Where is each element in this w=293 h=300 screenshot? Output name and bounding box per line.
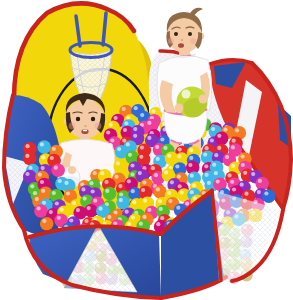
ball-highlight [91,189,95,193]
ball-highlight [138,171,142,175]
ball-highlight [89,181,93,185]
ball [215,132,229,146]
ball-highlight [212,163,216,167]
baby-blush-left [69,123,76,130]
ball-highlight [185,202,189,206]
ball-highlight [54,166,58,170]
ball-highlight [156,222,160,226]
ball-highlight [151,109,155,113]
ball-highlight [211,127,215,131]
ball-highlight [58,179,62,183]
ball-highlight [190,190,194,194]
ball-highlight [251,172,255,176]
baby-teeth [83,130,87,132]
ball-highlight [110,138,114,142]
ball-highlight [192,183,196,187]
ball [116,196,130,210]
ball-highlight [139,155,143,159]
ball-highlight [156,157,160,161]
ball-highlight [35,197,39,201]
ball-highlight [140,113,144,117]
ball-highlight [133,127,137,131]
ball-highlight [159,207,163,211]
ball-highlight [178,184,182,188]
ball-highlight [180,190,184,194]
ball-highlight [230,180,234,184]
ball-highlight [107,215,111,219]
ball-highlight [232,139,236,143]
ball-highlight [118,184,122,188]
ball-highlight [37,206,41,210]
ball-highlight [124,121,128,125]
ball-highlight [160,216,164,220]
ball-highlight [223,128,227,132]
ball-highlight [147,121,151,125]
ball-highlight [93,171,97,175]
ball-highlight [109,123,113,127]
ball-highlight [100,171,104,175]
ball-highlight [147,136,151,140]
ball-highlight [125,210,129,214]
toddler-left-hand [199,95,208,104]
ball-highlight [189,156,193,160]
ball-highlight [128,153,132,157]
ball-highlight [158,199,162,203]
ball-highlight [167,154,171,158]
ball-highlight [175,164,179,168]
ball-highlight [50,156,54,160]
ball-highlight [204,164,208,168]
ball-highlight [99,207,103,211]
ball-highlight [176,206,180,210]
toddler-mouth [178,43,184,48]
ball-highlight [28,166,32,170]
ball-highlight [72,201,76,205]
ball-highlight [203,153,207,157]
ball-highlight [25,154,29,158]
baby-hand [68,166,76,174]
ball-highlight [131,189,135,193]
ball-highlight [104,180,108,184]
ball-highlight [116,161,120,165]
ball-highlight [57,216,61,220]
ball-highlight [231,164,235,168]
ball-highlight [49,210,53,214]
ball-highlight [142,181,146,185]
ball-highlight [207,181,211,185]
ball-highlight [258,179,262,183]
ball [84,204,98,218]
toddler-nose [181,39,183,41]
ball-highlight [151,166,155,170]
ball-highlight [188,163,192,167]
ball-highlight [177,154,181,158]
ball-pit-product-photo [0,0,293,300]
ball-highlight [81,187,85,191]
ball-highlight [139,222,143,226]
ball-highlight [69,218,73,222]
ball-highlight [38,173,42,177]
ball-highlight [26,144,30,148]
ball-highlight [122,107,126,111]
ball [262,189,276,203]
ball-highlight [214,153,218,157]
ball-highlight [244,192,248,196]
ball-highlight [76,208,80,212]
ball-highlight [41,155,45,159]
ball-highlight [105,189,109,193]
ball-highlight [140,146,144,150]
ball-highlight [154,173,158,177]
ball-highlight [241,154,245,158]
ball [40,217,54,231]
ball-highlight [42,201,46,205]
ball-highlight [131,216,135,220]
ball-highlight [123,128,127,132]
ball-highlight [114,116,118,120]
toddler-right-hand [175,104,184,113]
ball-highlight [60,208,64,212]
ball-highlight [167,191,171,195]
ball-highlight [160,137,164,141]
ball-highlight [156,187,160,191]
ball-highlight [147,208,151,212]
ball [34,204,48,218]
ball-highlight [217,134,221,138]
ball-highlight [42,219,46,223]
ball-highlight [205,173,209,177]
ball-highlight [241,163,245,167]
ball-highlight [232,187,236,191]
ball-highlight [114,175,118,179]
ball-highlight [41,189,45,193]
ball-highlight [52,147,56,151]
ball-highlight [106,130,110,134]
ball [23,152,37,166]
ball-highlight [40,180,44,184]
ball-highlight [189,148,193,152]
ball-highlight [127,179,131,183]
ball-highlight [170,180,174,184]
ball-highlight [225,155,229,159]
ball [23,170,37,184]
ball-highlight [83,197,87,201]
green-ball-highlight [182,90,191,99]
ball-highlight [217,146,221,150]
ball-highlight [264,191,268,195]
ball-highlight [55,201,59,205]
ball-highlight [33,191,37,195]
ball-highlight [133,134,137,138]
ball-highlight [93,199,97,203]
toddler-eye-left [174,32,178,36]
baby-blush-right [95,123,102,130]
ball-highlight [228,173,232,177]
ball-highlight [142,215,146,219]
ball-highlight [163,146,167,150]
ball-highlight [168,199,172,203]
ball-highlight [214,171,218,175]
toddler-blush-left [168,38,174,44]
scene-canvas [0,0,293,300]
ball-highlight [64,181,68,185]
ball-highlight [130,172,134,176]
ball-highlight [66,191,70,195]
baby-eye-left [76,117,80,121]
ball-highlight [25,172,29,176]
toddler-blush-right [190,38,196,44]
ball-highlight [231,145,235,149]
ball-highlight [41,166,45,170]
ball-highlight [177,174,181,178]
ball-highlight [52,191,56,195]
ball-highlight [190,174,194,178]
ball-highlight [141,188,145,192]
ball-highlight [257,190,261,194]
ball-highlight [155,145,159,149]
ball-highlight [164,170,168,174]
baby-nose [84,125,86,127]
ball-highlight [134,106,138,110]
ball-highlight [143,199,147,203]
ball-highlight [210,138,214,142]
ball-highlight [117,147,121,151]
ball [113,159,127,173]
ball-highlight [235,128,239,132]
ball-highlight [205,146,209,150]
baby-eye-right [91,117,95,121]
ball-highlight [87,206,91,210]
ball-highlight [30,184,34,188]
ball-highlight [240,183,244,187]
ball-highlight [243,171,247,175]
ball-highlight [178,148,182,152]
toddler-eye-right [188,32,192,36]
ball-highlight [130,163,134,167]
ball [37,140,51,154]
ball-highlight [126,142,130,146]
ball-highlight [119,198,123,202]
ball-highlight [84,219,88,223]
ball-highlight [132,200,136,204]
ball-highlight [127,222,131,226]
ball-highlight [216,180,220,184]
ball-highlight [40,142,44,146]
ball [51,164,65,178]
ball [103,187,117,201]
